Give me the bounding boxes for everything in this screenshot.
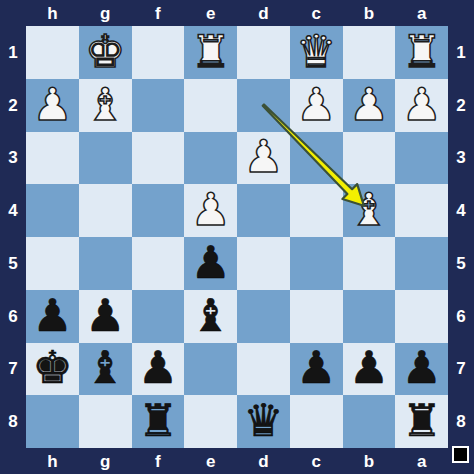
square-g1[interactable]: ♚ xyxy=(79,26,132,79)
square-h4[interactable] xyxy=(26,184,79,237)
black-queen-d8: ♛ xyxy=(243,398,283,443)
square-g4[interactable] xyxy=(79,184,132,237)
rank-label-1: 1 xyxy=(0,26,26,79)
square-f4[interactable] xyxy=(132,184,185,237)
rank-label-1: 1 xyxy=(448,26,474,79)
file-label-d: d xyxy=(237,0,290,26)
square-g7[interactable]: ♝ xyxy=(79,343,132,396)
black-pawn-b7: ♟ xyxy=(349,345,389,390)
square-d7[interactable] xyxy=(237,343,290,396)
rank-label-3: 3 xyxy=(448,132,474,185)
rank-label-6: 6 xyxy=(0,290,26,343)
square-f2[interactable] xyxy=(132,79,185,132)
square-f8[interactable]: ♜ xyxy=(132,395,185,448)
white-bishop-b4: ♝ xyxy=(349,187,389,232)
rank-label-7: 7 xyxy=(0,343,26,396)
rank-label-4: 4 xyxy=(0,184,26,237)
white-pawn-h2: ♟ xyxy=(32,82,72,127)
square-e5[interactable]: ♟ xyxy=(184,237,237,290)
square-g3[interactable] xyxy=(79,132,132,185)
square-c1[interactable]: ♛ xyxy=(290,26,343,79)
square-e7[interactable] xyxy=(184,343,237,396)
square-h6[interactable]: ♟ xyxy=(26,290,79,343)
square-b2[interactable]: ♟ xyxy=(343,79,396,132)
square-f6[interactable] xyxy=(132,290,185,343)
file-label-g: g xyxy=(79,0,132,26)
chessboard-frame: hgfedcba hgfedcba 12345678 12345678 ♚♜♛♜… xyxy=(0,0,474,474)
white-pawn-d3: ♟ xyxy=(243,134,283,179)
file-labels-top: hgfedcba xyxy=(26,0,448,26)
square-a3[interactable] xyxy=(395,132,448,185)
square-b6[interactable] xyxy=(343,290,396,343)
square-g6[interactable]: ♟ xyxy=(79,290,132,343)
file-label-a: a xyxy=(395,448,448,474)
rank-label-5: 5 xyxy=(0,237,26,290)
white-pawn-c2: ♟ xyxy=(296,82,336,127)
black-pawn-a7: ♟ xyxy=(401,345,441,390)
square-f7[interactable]: ♟ xyxy=(132,343,185,396)
file-label-e: e xyxy=(184,0,237,26)
square-a6[interactable] xyxy=(395,290,448,343)
square-d5[interactable] xyxy=(237,237,290,290)
square-a5[interactable] xyxy=(395,237,448,290)
turn-indicator-black-to-move xyxy=(452,446,469,463)
square-b3[interactable] xyxy=(343,132,396,185)
square-a1[interactable]: ♜ xyxy=(395,26,448,79)
square-b8[interactable] xyxy=(343,395,396,448)
square-c5[interactable] xyxy=(290,237,343,290)
square-a8[interactable]: ♜ xyxy=(395,395,448,448)
square-e1[interactable]: ♜ xyxy=(184,26,237,79)
square-b5[interactable] xyxy=(343,237,396,290)
square-h8[interactable] xyxy=(26,395,79,448)
black-pawn-f7: ♟ xyxy=(138,345,178,390)
file-label-h: h xyxy=(26,0,79,26)
square-c4[interactable] xyxy=(290,184,343,237)
rank-label-6: 6 xyxy=(448,290,474,343)
square-f3[interactable] xyxy=(132,132,185,185)
rank-label-2: 2 xyxy=(448,79,474,132)
file-label-f: f xyxy=(132,0,185,26)
square-c7[interactable]: ♟ xyxy=(290,343,343,396)
square-h5[interactable] xyxy=(26,237,79,290)
square-e3[interactable] xyxy=(184,132,237,185)
file-label-b: b xyxy=(343,448,396,474)
square-b4[interactable]: ♝ xyxy=(343,184,396,237)
square-g8[interactable] xyxy=(79,395,132,448)
square-c6[interactable] xyxy=(290,290,343,343)
square-c3[interactable] xyxy=(290,132,343,185)
rank-labels-right: 12345678 xyxy=(448,26,474,448)
square-c2[interactable]: ♟ xyxy=(290,79,343,132)
square-a7[interactable]: ♟ xyxy=(395,343,448,396)
black-bishop-e6: ♝ xyxy=(190,293,230,338)
rank-label-3: 3 xyxy=(0,132,26,185)
white-queen-c1: ♛ xyxy=(296,29,336,74)
white-bishop-g2: ♝ xyxy=(85,82,125,127)
black-pawn-g6: ♟ xyxy=(85,293,125,338)
rank-label-8: 8 xyxy=(0,395,26,448)
rank-label-4: 4 xyxy=(448,184,474,237)
file-labels-bottom: hgfedcba xyxy=(26,448,448,474)
file-label-a: a xyxy=(395,0,448,26)
white-rook-e1: ♜ xyxy=(190,29,230,74)
file-label-e: e xyxy=(184,448,237,474)
square-h1[interactable] xyxy=(26,26,79,79)
square-d6[interactable] xyxy=(237,290,290,343)
rank-label-7: 7 xyxy=(448,343,474,396)
square-c8[interactable] xyxy=(290,395,343,448)
file-label-b: b xyxy=(343,0,396,26)
board: ♚♜♛♜♟♝♟♟♟♟♟♝♟♟♟♝♚♝♟♟♟♟♜♛♜ xyxy=(26,26,448,448)
square-e4[interactable]: ♟ xyxy=(184,184,237,237)
square-f1[interactable] xyxy=(132,26,185,79)
file-label-f: f xyxy=(132,448,185,474)
square-d4[interactable] xyxy=(237,184,290,237)
square-f5[interactable] xyxy=(132,237,185,290)
black-rook-f8: ♜ xyxy=(138,398,178,443)
file-label-c: c xyxy=(290,0,343,26)
rank-labels-left: 12345678 xyxy=(0,26,26,448)
white-pawn-b2: ♟ xyxy=(349,82,389,127)
square-g2[interactable]: ♝ xyxy=(79,79,132,132)
square-h3[interactable] xyxy=(26,132,79,185)
square-h2[interactable]: ♟ xyxy=(26,79,79,132)
file-label-g: g xyxy=(79,448,132,474)
black-pawn-h6: ♟ xyxy=(32,293,72,338)
square-b7[interactable]: ♟ xyxy=(343,343,396,396)
rank-label-8: 8 xyxy=(448,395,474,448)
white-pawn-a2: ♟ xyxy=(401,82,441,127)
square-a2[interactable]: ♟ xyxy=(395,79,448,132)
black-pawn-e5: ♟ xyxy=(190,240,230,285)
black-rook-a8: ♜ xyxy=(401,398,441,443)
file-label-c: c xyxy=(290,448,343,474)
white-pawn-e4: ♟ xyxy=(190,187,230,232)
file-label-h: h xyxy=(26,448,79,474)
square-d1[interactable] xyxy=(237,26,290,79)
black-king-h7: ♚ xyxy=(32,345,72,390)
white-king-g1: ♚ xyxy=(85,29,125,74)
square-e6[interactable]: ♝ xyxy=(184,290,237,343)
square-d2[interactable] xyxy=(237,79,290,132)
square-d3[interactable]: ♟ xyxy=(237,132,290,185)
file-label-d: d xyxy=(237,448,290,474)
rank-label-5: 5 xyxy=(448,237,474,290)
square-b1[interactable] xyxy=(343,26,396,79)
black-pawn-c7: ♟ xyxy=(296,345,336,390)
white-rook-a1: ♜ xyxy=(401,29,441,74)
square-a4[interactable] xyxy=(395,184,448,237)
square-e8[interactable] xyxy=(184,395,237,448)
square-e2[interactable] xyxy=(184,79,237,132)
rank-label-2: 2 xyxy=(0,79,26,132)
black-bishop-g7: ♝ xyxy=(85,345,125,390)
square-g5[interactable] xyxy=(79,237,132,290)
square-d8[interactable]: ♛ xyxy=(237,395,290,448)
square-h7[interactable]: ♚ xyxy=(26,343,79,396)
